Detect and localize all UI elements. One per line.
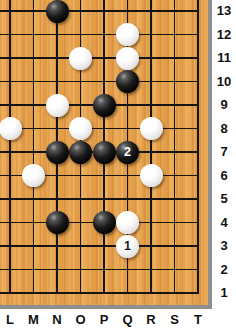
row-label-9: 9: [212, 97, 236, 113]
stone-black-P9[interactable]: [93, 94, 116, 117]
row-label-2: 2: [212, 262, 236, 278]
stone-white-N9[interactable]: [46, 94, 69, 117]
stone-black-N13[interactable]: [46, 0, 69, 23]
grid-line-row-5: [0, 198, 199, 200]
stone-white-Q3[interactable]: 1: [116, 235, 139, 258]
stone-white-Q11[interactable]: [116, 47, 139, 70]
grid-line-row-3: [0, 245, 199, 247]
grid-line-row-13: [0, 10, 199, 12]
grid-line-col-M: [33, 0, 35, 294]
grid-line-col-T: [197, 0, 199, 294]
col-label-P: P: [95, 312, 113, 328]
go-problem-diagram: 21 13121110987654321 LMNOPQRST: [0, 0, 236, 332]
stone-white-O11[interactable]: [69, 47, 92, 70]
stone-white-R8[interactable]: [140, 117, 163, 140]
row-label-7: 7: [212, 144, 236, 160]
col-label-L: L: [1, 312, 19, 328]
grid-line-col-L: [9, 0, 11, 294]
stone-black-P4[interactable]: [93, 211, 116, 234]
grid-line-col-R: [150, 0, 152, 294]
grid-line-row-11: [0, 57, 199, 59]
move-number-1: 1: [124, 240, 131, 253]
col-label-Q: Q: [119, 312, 137, 328]
grid-line-row-2: [0, 269, 199, 271]
grid-line-row-10: [0, 81, 199, 83]
stone-black-Q10[interactable]: [116, 70, 139, 93]
grid-line-row-12: [0, 34, 199, 36]
row-label-4: 4: [212, 215, 236, 231]
row-label-10: 10: [212, 74, 236, 90]
column-coordinate-strip: LMNOPQRST: [0, 309, 212, 332]
stone-white-Q4[interactable]: [116, 211, 139, 234]
stone-white-M6[interactable]: [22, 164, 45, 187]
row-label-12: 12: [212, 27, 236, 43]
col-label-S: S: [166, 312, 184, 328]
row-label-5: 5: [212, 191, 236, 207]
go-board[interactable]: 21: [0, 0, 212, 309]
stone-white-O8[interactable]: [69, 117, 92, 140]
row-label-11: 11: [212, 50, 236, 66]
row-label-3: 3: [212, 238, 236, 254]
col-label-R: R: [142, 312, 160, 328]
stone-black-O7[interactable]: [69, 141, 92, 164]
grid-line-row-8: [0, 128, 199, 130]
stone-white-L8[interactable]: [0, 117, 22, 140]
stone-black-N4[interactable]: [46, 211, 69, 234]
stone-white-Q12[interactable]: [116, 23, 139, 46]
row-label-8: 8: [212, 121, 236, 137]
grid-line-row-1: [0, 292, 199, 294]
row-label-6: 6: [212, 168, 236, 184]
col-label-M: M: [25, 312, 43, 328]
col-label-N: N: [48, 312, 66, 328]
grid-line-col-S: [174, 0, 176, 294]
stone-white-R6[interactable]: [140, 164, 163, 187]
stone-black-N7[interactable]: [46, 141, 69, 164]
stone-black-P7[interactable]: [93, 141, 116, 164]
stone-black-Q7[interactable]: 2: [116, 141, 139, 164]
row-label-1: 1: [212, 285, 236, 301]
move-number-2: 2: [124, 146, 131, 159]
col-label-O: O: [72, 312, 90, 328]
row-coordinate-strip: 13121110987654321: [212, 0, 236, 332]
col-label-T: T: [189, 312, 207, 328]
row-label-13: 13: [212, 3, 236, 19]
